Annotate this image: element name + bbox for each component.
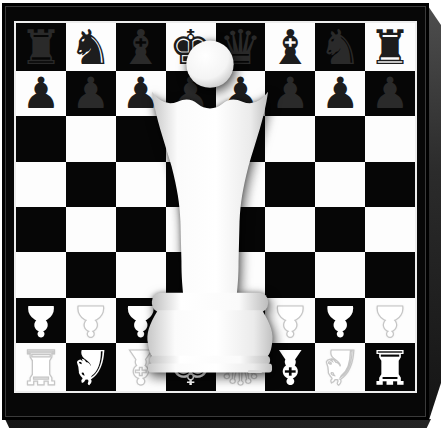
piece-white-rook-a1: ♜: [19, 343, 62, 391]
square-h2: ♟: [365, 298, 415, 343]
piece-white-bishop-f1: ♝: [269, 343, 312, 391]
square-h4: [365, 207, 415, 252]
piece-black-rook-h8: ♜: [369, 23, 412, 71]
square-e6: [216, 116, 266, 161]
piece-black-knight-g8: ♞: [319, 23, 362, 71]
square-d5: [166, 162, 216, 207]
square-d4: [166, 207, 216, 252]
square-d7: ♟: [166, 71, 216, 116]
piece-black-rook-a8: ♜: [19, 23, 62, 71]
square-d3: [166, 252, 216, 297]
square-a5: [16, 162, 66, 207]
square-h7: ♟: [365, 71, 415, 116]
piece-black-pawn-a7: ♟: [22, 72, 61, 115]
mat-line: ♜♞♝♚♛♝♞♜♟♟♟♟♟♟♟♟♟♟♟♟♟♟♟♟♜♞♝♚♛♝♞♜: [14, 21, 417, 393]
square-c6: [116, 116, 166, 161]
picture-frame: ♜♞♝♚♛♝♞♜♟♟♟♟♟♟♟♟♟♟♟♟♟♟♟♟♜♞♝♚♛♝♞♜: [2, 3, 429, 420]
piece-white-rook-h1: ♜: [369, 343, 412, 391]
piece-white-pawn-f2: ♟: [271, 299, 310, 342]
square-g6: [315, 116, 365, 161]
piece-black-pawn-d7: ♟: [171, 72, 210, 115]
piece-black-pawn-e7: ♟: [221, 72, 260, 115]
piece-white-king-d1: ♚: [169, 343, 212, 391]
square-h5: [365, 162, 415, 207]
square-f7: ♟: [265, 71, 315, 116]
square-a8: ♜: [16, 23, 66, 71]
square-c3: [116, 252, 166, 297]
square-f4: [265, 207, 315, 252]
square-e4: [216, 207, 266, 252]
piece-white-pawn-b2: ♟: [72, 299, 111, 342]
square-f1: ♝: [265, 343, 315, 391]
square-d8: ♚: [166, 23, 216, 71]
frame-side-edge: [428, 4, 441, 425]
chessboard: ♜♞♝♚♛♝♞♜♟♟♟♟♟♟♟♟♟♟♟♟♟♟♟♟♜♞♝♚♛♝♞♜: [16, 23, 415, 391]
piece-white-bishop-c1: ♝: [119, 343, 162, 391]
square-c7: ♟: [116, 71, 166, 116]
square-e2: ♟: [216, 298, 266, 343]
square-e1: ♛: [216, 343, 266, 391]
square-h6: [365, 116, 415, 161]
square-c2: ♟: [116, 298, 166, 343]
piece-black-queen-e8: ♛: [219, 23, 262, 71]
piece-black-pawn-h7: ♟: [371, 72, 410, 115]
square-f8: ♝: [265, 23, 315, 71]
square-d2: ♟: [166, 298, 216, 343]
piece-black-bishop-f8: ♝: [269, 23, 312, 71]
piece-white-knight-b1: ♞: [69, 343, 112, 391]
square-c4: [116, 207, 166, 252]
piece-black-bishop-c8: ♝: [119, 23, 162, 71]
square-d1: ♚: [166, 343, 216, 391]
square-h3: [365, 252, 415, 297]
framed-chess-art: ♜♞♝♚♛♝♞♜♟♟♟♟♟♟♟♟♟♟♟♟♟♟♟♟♜♞♝♚♛♝♞♜: [0, 0, 441, 432]
square-g3: [315, 252, 365, 297]
square-b4: [66, 207, 116, 252]
square-c1: ♝: [116, 343, 166, 391]
piece-white-knight-g1: ♞: [319, 343, 362, 391]
square-d6: [166, 116, 216, 161]
square-e7: ♟: [216, 71, 266, 116]
square-b6: [66, 116, 116, 161]
piece-white-pawn-c2: ♟: [121, 299, 160, 342]
square-c8: ♝: [116, 23, 166, 71]
piece-white-pawn-a2: ♟: [22, 299, 61, 342]
square-g2: ♟: [315, 298, 365, 343]
square-b7: ♟: [66, 71, 116, 116]
artist-signature-mark: [248, 370, 262, 373]
square-a7: ♟: [16, 71, 66, 116]
square-g8: ♞: [315, 23, 365, 71]
square-b3: [66, 252, 116, 297]
square-b5: [66, 162, 116, 207]
piece-black-pawn-g7: ♟: [321, 72, 360, 115]
square-f5: [265, 162, 315, 207]
square-b1: ♞: [66, 343, 116, 391]
square-g5: [315, 162, 365, 207]
square-e3: [216, 252, 266, 297]
frame-bottom-edge: [5, 419, 431, 428]
piece-black-king-d8: ♚: [169, 23, 212, 71]
square-f2: ♟: [265, 298, 315, 343]
piece-white-pawn-h2: ♟: [371, 299, 410, 342]
square-g4: [315, 207, 365, 252]
piece-white-pawn-g2: ♟: [321, 299, 360, 342]
square-f3: [265, 252, 315, 297]
square-f6: [265, 116, 315, 161]
piece-white-queen-e1: ♛: [219, 343, 262, 391]
square-h1: ♜: [365, 343, 415, 391]
square-a2: ♟: [16, 298, 66, 343]
square-e8: ♛: [216, 23, 266, 71]
square-c5: [116, 162, 166, 207]
piece-black-knight-b8: ♞: [69, 23, 112, 71]
square-a4: [16, 207, 66, 252]
square-g1: ♞: [315, 343, 365, 391]
square-e5: [216, 162, 266, 207]
square-b2: ♟: [66, 298, 116, 343]
piece-black-pawn-c7: ♟: [121, 72, 160, 115]
square-g7: ♟: [315, 71, 365, 116]
piece-white-pawn-d2: ♟: [171, 299, 210, 342]
square-a1: ♜: [16, 343, 66, 391]
square-a6: [16, 116, 66, 161]
piece-white-pawn-e2: ♟: [221, 299, 260, 342]
piece-black-pawn-f7: ♟: [271, 72, 310, 115]
piece-black-pawn-b7: ♟: [72, 72, 111, 115]
square-h8: ♜: [365, 23, 415, 71]
square-a3: [16, 252, 66, 297]
square-b8: ♞: [66, 23, 116, 71]
